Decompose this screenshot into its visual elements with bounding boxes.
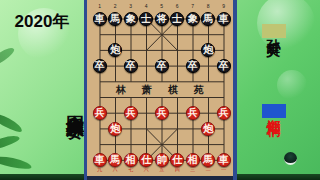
point-7-2[interactable] (108, 105, 124, 121)
point-4-3[interactable]: 卒 (123, 58, 139, 74)
point-8-1[interactable] (92, 121, 108, 137)
file-label: 三 (185, 166, 201, 173)
point-9-4[interactable] (139, 137, 155, 153)
red-piece-兵[interactable]: 兵 (186, 106, 200, 120)
piece-grid: 車馬象士将士象馬車炮炮卒卒卒卒卒兵兵兵兵兵炮炮車馬相仕帥仕相馬車 (92, 11, 232, 168)
file-label: 六 (139, 166, 155, 173)
point-6-4[interactable] (139, 89, 155, 105)
point-6-6[interactable] (170, 89, 186, 105)
red-piece-馬[interactable]: 馬 (201, 153, 215, 167)
point-4-4[interactable] (139, 58, 155, 74)
event-year: 2020年 (0, 10, 84, 33)
black-piece-馬[interactable]: 馬 (201, 12, 215, 26)
point-3-5[interactable] (154, 42, 170, 58)
file-label: 3 (123, 3, 139, 10)
grass-decoration (237, 174, 320, 180)
black-piece-象[interactable]: 象 (186, 12, 200, 26)
point-1-7[interactable]: 象 (185, 11, 201, 27)
black-piece-象[interactable]: 象 (124, 12, 138, 26)
black-piece-将[interactable]: 将 (155, 12, 169, 26)
point-9-1[interactable] (92, 137, 108, 153)
point-1-4[interactable]: 士 (139, 11, 155, 27)
point-2-7[interactable] (185, 27, 201, 43)
point-8-3[interactable] (123, 121, 139, 137)
players-panel: 孙昕昊 郑惟桐 (237, 0, 320, 180)
point-2-9[interactable] (216, 27, 232, 43)
grass-decoration (0, 174, 84, 180)
red-piece-炮[interactable]: 炮 (201, 122, 215, 136)
point-8-2[interactable]: 炮 (108, 121, 124, 137)
point-7-6[interactable] (170, 105, 186, 121)
point-6-2[interactable] (108, 89, 124, 105)
point-6-7[interactable] (185, 89, 201, 105)
point-5-5[interactable] (154, 74, 170, 90)
black-piece-車[interactable]: 車 (93, 12, 107, 26)
black-piece-馬[interactable]: 馬 (108, 12, 122, 26)
black-piece-炮[interactable]: 炮 (201, 43, 215, 57)
point-6-9[interactable] (216, 89, 232, 105)
point-3-1[interactable] (92, 42, 108, 58)
point-9-2[interactable] (108, 137, 124, 153)
point-1-9[interactable]: 車 (216, 11, 232, 27)
red-piece-相[interactable]: 相 (186, 153, 200, 167)
point-8-6[interactable] (170, 121, 186, 137)
point-3-4[interactable] (139, 42, 155, 58)
point-2-8[interactable] (201, 27, 217, 43)
red-piece-仕[interactable]: 仕 (139, 153, 153, 167)
red-piece-炮[interactable]: 炮 (108, 122, 122, 136)
point-1-3[interactable]: 象 (123, 11, 139, 27)
point-2-5[interactable] (154, 27, 170, 43)
file-label: 8 (201, 3, 217, 10)
red-piece-兵[interactable]: 兵 (93, 106, 107, 120)
point-1-1[interactable]: 車 (92, 11, 108, 27)
point-5-8[interactable] (201, 74, 217, 90)
screenshot: 2020年 全国象棋个人赛 123456789 林萧棋苑 車馬象士将士象馬車炮炮… (0, 0, 320, 180)
point-4-1[interactable]: 卒 (92, 58, 108, 74)
point-9-3[interactable] (123, 137, 139, 153)
player-name-black: 孙昕昊 (262, 24, 286, 38)
file-label: 6 (170, 3, 186, 10)
point-6-3[interactable] (123, 89, 139, 105)
point-7-9[interactable]: 兵 (216, 105, 232, 121)
point-8-9[interactable] (216, 121, 232, 137)
point-4-2[interactable] (108, 58, 124, 74)
point-2-3[interactable] (123, 27, 139, 43)
point-3-3[interactable] (123, 42, 139, 58)
black-piece-士[interactable]: 士 (139, 12, 153, 26)
point-5-1[interactable] (92, 74, 108, 90)
point-2-2[interactable] (108, 27, 124, 43)
point-7-3[interactable]: 兵 (123, 105, 139, 121)
point-5-3[interactable] (123, 74, 139, 90)
point-2-1[interactable] (92, 27, 108, 43)
player-name-red: 郑惟桐 (262, 104, 286, 118)
event-panel: 2020年 全国象棋个人赛 (0, 0, 84, 180)
board-bottom-edge (87, 176, 233, 180)
file-label: 7 (185, 3, 201, 10)
black-piece-卒[interactable]: 卒 (217, 59, 231, 73)
point-1-2[interactable]: 馬 (108, 11, 124, 27)
red-piece-馬[interactable]: 馬 (108, 153, 122, 167)
point-8-7[interactable] (185, 121, 201, 137)
point-4-9[interactable]: 卒 (216, 58, 232, 74)
point-5-4[interactable] (139, 74, 155, 90)
point-7-4[interactable] (139, 105, 155, 121)
file-label: 2 (108, 3, 124, 10)
black-piece-卒[interactable]: 卒 (93, 59, 107, 73)
point-1-5[interactable]: 将 (154, 11, 170, 27)
point-4-5[interactable]: 卒 (154, 58, 170, 74)
point-7-8[interactable] (201, 105, 217, 121)
point-1-6[interactable]: 士 (170, 11, 186, 27)
point-5-6[interactable] (170, 74, 186, 90)
channel-logo-icon (284, 152, 297, 165)
red-piece-帥[interactable]: 帥 (155, 153, 169, 167)
point-4-7[interactable]: 卒 (185, 58, 201, 74)
point-9-7[interactable] (185, 137, 201, 153)
red-piece-兵[interactable]: 兵 (124, 106, 138, 120)
point-4-8[interactable] (201, 58, 217, 74)
point-8-4[interactable] (139, 121, 155, 137)
file-label: 1 (92, 3, 108, 10)
point-7-1[interactable]: 兵 (92, 105, 108, 121)
point-9-8[interactable] (201, 137, 217, 153)
point-6-8[interactable] (201, 89, 217, 105)
black-piece-車[interactable]: 車 (217, 12, 231, 26)
point-5-2[interactable] (108, 74, 124, 90)
bottom-file-labels: 九八七六五四三二一 (92, 166, 232, 173)
file-label: 9 (216, 3, 232, 10)
point-3-8[interactable]: 炮 (201, 42, 217, 58)
point-5-9[interactable] (216, 74, 232, 90)
point-7-7[interactable]: 兵 (185, 105, 201, 121)
file-label: 二 (201, 166, 217, 173)
point-9-9[interactable] (216, 137, 232, 153)
black-piece-士[interactable]: 士 (170, 12, 184, 26)
point-3-2[interactable]: 炮 (108, 42, 124, 58)
point-6-5[interactable] (154, 89, 170, 105)
point-8-5[interactable] (154, 121, 170, 137)
red-piece-兵[interactable]: 兵 (155, 106, 169, 120)
red-piece-相[interactable]: 相 (124, 153, 138, 167)
red-piece-車[interactable]: 車 (217, 153, 231, 167)
red-piece-仕[interactable]: 仕 (170, 153, 184, 167)
point-4-6[interactable] (170, 58, 186, 74)
point-6-1[interactable] (92, 89, 108, 105)
red-piece-車[interactable]: 車 (93, 153, 107, 167)
point-8-8[interactable]: 炮 (201, 121, 217, 137)
black-piece-卒[interactable]: 卒 (155, 59, 169, 73)
black-piece-卒[interactable]: 卒 (124, 59, 138, 73)
file-label: 八 (108, 166, 124, 173)
point-1-8[interactable]: 馬 (201, 11, 217, 27)
event-title: 全国象棋个人赛 (0, 33, 84, 173)
point-9-6[interactable] (170, 137, 186, 153)
point-7-5[interactable]: 兵 (154, 105, 170, 121)
red-piece-兵[interactable]: 兵 (217, 106, 231, 120)
point-9-5[interactable] (154, 137, 170, 153)
file-label: 一 (216, 166, 232, 173)
file-label: 4 (139, 3, 155, 10)
file-label: 5 (154, 3, 170, 10)
top-file-labels: 123456789 (92, 3, 232, 10)
black-piece-卒[interactable]: 卒 (186, 59, 200, 73)
point-3-7[interactable] (185, 42, 201, 58)
point-2-4[interactable] (139, 27, 155, 43)
file-label: 五 (154, 166, 170, 173)
point-3-9[interactable] (216, 42, 232, 58)
xiangqi-board: 123456789 林萧棋苑 車馬象士将士象馬車炮炮卒卒卒卒卒兵兵兵兵兵炮炮車馬… (84, 0, 237, 180)
point-5-7[interactable] (185, 74, 201, 90)
file-label: 七 (123, 166, 139, 173)
bubble-decoration (277, 70, 307, 100)
black-piece-炮[interactable]: 炮 (108, 43, 122, 57)
file-label: 四 (170, 166, 186, 173)
point-3-6[interactable] (170, 42, 186, 58)
point-2-6[interactable] (170, 27, 186, 43)
file-label: 九 (92, 166, 108, 173)
